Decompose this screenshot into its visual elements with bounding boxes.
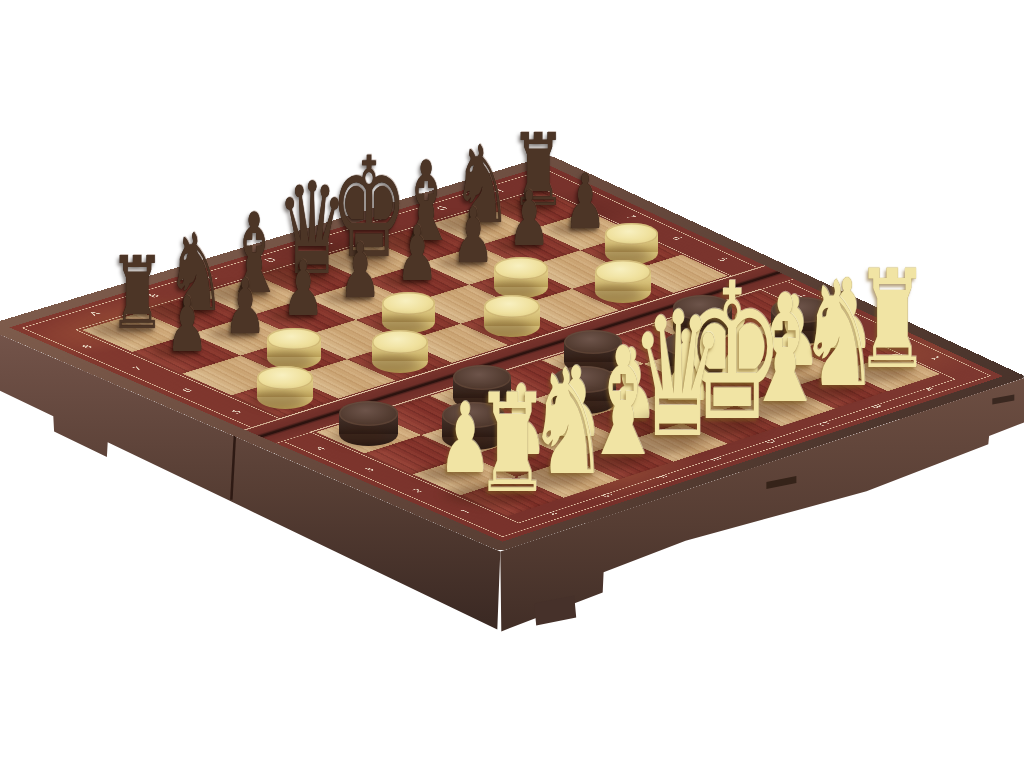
file-label-near-F: F	[648, 472, 675, 482]
rank-label-left-2: 2	[404, 486, 432, 496]
file-label-far-E: E	[315, 238, 343, 248]
product-photo: AHBGCFDEEDFCGBHA8877665544332211 ♜♞♟♝♟♚♟…	[0, 0, 1024, 767]
rank-label-left-7: 7	[123, 364, 152, 375]
file-label-far-B: B	[140, 291, 169, 302]
rank-label-right-3: 3	[833, 312, 859, 322]
rank-label-left-8: 8	[73, 342, 102, 353]
rank-label-right-7: 7	[617, 212, 644, 222]
rank-label-left-3: 3	[356, 465, 384, 475]
file-label-far-F: F	[372, 220, 400, 230]
file-label-near-D: D	[756, 437, 782, 447]
file-label-near-B: B	[863, 402, 889, 412]
file-label-far-D: D	[257, 255, 286, 265]
rank-label-left-5: 5	[223, 407, 252, 418]
file-label-near-C: C	[810, 419, 836, 429]
file-label-far-C: C	[199, 273, 228, 283]
file-label-near-A: A	[916, 384, 942, 394]
rank-label-right-8: 8	[570, 190, 597, 200]
file-label-near-E: E	[702, 454, 728, 464]
file-label-far-G: G	[429, 203, 457, 213]
rank-label-right-4: 4	[788, 291, 814, 301]
rank-label-right-2: 2	[878, 332, 904, 342]
file-label-near-G: G	[593, 490, 620, 500]
file-label-far-A: A	[81, 308, 110, 319]
file-label-near-H: H	[538, 508, 565, 518]
rank-label-right-6: 6	[663, 233, 690, 243]
file-label-far-H: H	[485, 186, 513, 196]
rank-label-left-4: 4	[307, 444, 335, 454]
rank-label-right-5: 5	[709, 255, 735, 265]
rank-label-right-1: 1	[922, 353, 948, 363]
rank-label-left-6: 6	[173, 385, 202, 396]
rank-label-left-1: 1	[452, 507, 480, 517]
